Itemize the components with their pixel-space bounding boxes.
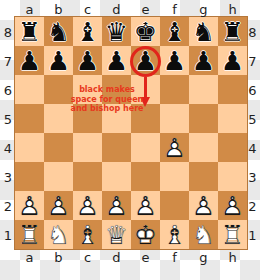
square-h7: ♟ xyxy=(218,46,247,75)
square-g7: ♟ xyxy=(189,46,218,75)
square-h8: ♜ xyxy=(218,17,247,46)
black-king-e8: ♚ xyxy=(131,17,160,46)
file-label-bottom-f: f xyxy=(172,250,177,263)
rank-label-left-4: 4 xyxy=(4,141,12,154)
black-rook-h8: ♜ xyxy=(218,17,247,46)
rank-label-left-7: 7 xyxy=(4,54,12,67)
file-label-bottom-a: a xyxy=(26,250,34,263)
square-c1: ♝ xyxy=(73,220,102,249)
square-d7: ♟ xyxy=(102,46,131,75)
black-pawn-d7: ♟ xyxy=(102,46,131,75)
rank-label-left-5: 5 xyxy=(4,112,12,125)
file-label-bottom-g: g xyxy=(199,250,207,263)
white-rook-a1: ♜ xyxy=(15,220,44,249)
white-pawn-f4: ♟ xyxy=(160,133,189,162)
black-knight-b8: ♞ xyxy=(44,17,73,46)
black-pawn-h7: ♟ xyxy=(218,46,247,75)
file-label-top-g: g xyxy=(199,2,207,15)
square-b7: ♟ xyxy=(44,46,73,75)
file-label-top-e: e xyxy=(142,2,150,15)
square-d2: ♟ xyxy=(102,191,131,220)
white-pawn-h2: ♟ xyxy=(218,191,247,220)
black-knight-g8: ♞ xyxy=(189,17,218,46)
square-c4 xyxy=(73,133,102,162)
square-a2: ♟ xyxy=(15,191,44,220)
black-pawn-c7: ♟ xyxy=(73,46,102,75)
square-f4: ♟ xyxy=(160,133,189,162)
file-label-bottom-d: d xyxy=(112,250,120,263)
square-e4 xyxy=(131,133,160,162)
rank-label-left-1: 1 xyxy=(4,228,12,241)
annotation-arrow-shaft xyxy=(144,77,147,98)
chess-board: ♜♞♝♛♚♝♞♜♟♟♟♟♟♟♟♟♟♟♟♟♟♟♟♟♜♞♝♛♚♝♞♜ xyxy=(15,17,247,249)
file-label-bottom-c: c xyxy=(84,250,91,263)
square-a3 xyxy=(15,162,44,191)
square-b1: ♞ xyxy=(44,220,73,249)
rank-label-left-3: 3 xyxy=(4,170,12,183)
square-b3 xyxy=(44,162,73,191)
white-knight-g1: ♞ xyxy=(189,220,218,249)
square-g4 xyxy=(189,133,218,162)
black-bishop-f8: ♝ xyxy=(160,17,189,46)
square-d3 xyxy=(102,162,131,191)
square-f8: ♝ xyxy=(160,17,189,46)
white-pawn-a2: ♟ xyxy=(15,191,44,220)
square-b8: ♞ xyxy=(44,17,73,46)
file-label-bottom-h: h xyxy=(228,250,236,263)
file-label-top-c: c xyxy=(84,2,91,15)
rank-label-right-6: 6 xyxy=(248,83,256,96)
square-f1: ♝ xyxy=(160,220,189,249)
square-b4 xyxy=(44,133,73,162)
square-h4 xyxy=(218,133,247,162)
annotation-text: black makes space for queen and bishop h… xyxy=(70,85,143,114)
file-label-top-a: a xyxy=(26,2,34,15)
black-bishop-c8: ♝ xyxy=(73,17,102,46)
square-g6 xyxy=(189,75,218,104)
annotation-text-line-1: black makes xyxy=(70,85,143,95)
black-queen-d8: ♛ xyxy=(102,17,131,46)
square-f7: ♟ xyxy=(160,46,189,75)
square-d1: ♛ xyxy=(102,220,131,249)
file-label-top-f: f xyxy=(172,2,177,15)
file-label-top-b: b xyxy=(54,2,62,15)
chess-diagram: ♜♞♝♛♚♝♞♜♟♟♟♟♟♟♟♟♟♟♟♟♟♟♟♟♜♞♝♛♚♝♞♜ aabbccd… xyxy=(0,0,260,280)
rank-label-left-6: 6 xyxy=(4,83,12,96)
file-label-bottom-e: e xyxy=(142,250,150,263)
white-pawn-d2: ♟ xyxy=(102,191,131,220)
black-rook-a8: ♜ xyxy=(15,17,44,46)
square-a1: ♜ xyxy=(15,220,44,249)
rank-label-right-1: 1 xyxy=(248,228,256,241)
square-e1: ♚ xyxy=(131,220,160,249)
square-a4 xyxy=(15,133,44,162)
square-c3 xyxy=(73,162,102,191)
square-a6 xyxy=(15,75,44,104)
file-label-top-d: d xyxy=(112,2,120,15)
square-h6 xyxy=(218,75,247,104)
white-bishop-c1: ♝ xyxy=(73,220,102,249)
square-f5 xyxy=(160,104,189,133)
rank-label-right-4: 4 xyxy=(248,141,256,154)
square-h1: ♜ xyxy=(218,220,247,249)
white-rook-h1: ♜ xyxy=(218,220,247,249)
square-g1: ♞ xyxy=(189,220,218,249)
square-b5 xyxy=(44,104,73,133)
rank-label-right-7: 7 xyxy=(248,54,256,67)
square-b6 xyxy=(44,75,73,104)
square-c8: ♝ xyxy=(73,17,102,46)
square-h5 xyxy=(218,104,247,133)
white-queen-d1: ♛ xyxy=(102,220,131,249)
black-pawn-a7: ♟ xyxy=(15,46,44,75)
square-b2: ♟ xyxy=(44,191,73,220)
white-pawn-b2: ♟ xyxy=(44,191,73,220)
square-c2: ♟ xyxy=(73,191,102,220)
rank-label-right-2: 2 xyxy=(248,199,256,212)
square-e3 xyxy=(131,162,160,191)
white-king-e1: ♚ xyxy=(131,220,160,249)
black-pawn-b7: ♟ xyxy=(44,46,73,75)
file-label-top-h: h xyxy=(228,2,236,15)
rank-label-right-3: 3 xyxy=(248,170,256,183)
square-a5 xyxy=(15,104,44,133)
square-g2: ♟ xyxy=(189,191,218,220)
square-e2: ♟ xyxy=(131,191,160,220)
white-pawn-e2: ♟ xyxy=(131,191,160,220)
square-f3 xyxy=(160,162,189,191)
square-f6 xyxy=(160,75,189,104)
white-pawn-c2: ♟ xyxy=(73,191,102,220)
black-pawn-f7: ♟ xyxy=(160,46,189,75)
square-g3 xyxy=(189,162,218,191)
white-knight-b1: ♞ xyxy=(44,220,73,249)
square-d4 xyxy=(102,133,131,162)
black-pawn-g7: ♟ xyxy=(189,46,218,75)
rank-label-right-8: 8 xyxy=(248,25,256,38)
square-f2 xyxy=(160,191,189,220)
square-a8: ♜ xyxy=(15,17,44,46)
annotation-text-line-2: space for queen xyxy=(70,95,143,105)
square-g5 xyxy=(189,104,218,133)
square-a7: ♟ xyxy=(15,46,44,75)
white-bishop-f1: ♝ xyxy=(160,220,189,249)
square-h3 xyxy=(218,162,247,191)
square-h2: ♟ xyxy=(218,191,247,220)
square-g8: ♞ xyxy=(189,17,218,46)
white-pawn-g2: ♟ xyxy=(189,191,218,220)
annotation-circle-e7 xyxy=(130,46,161,77)
rank-label-left-8: 8 xyxy=(4,25,12,38)
square-e8: ♚ xyxy=(131,17,160,46)
rank-label-right-5: 5 xyxy=(248,112,256,125)
annotation-text-line-3: and bishop here xyxy=(70,104,143,114)
square-c7: ♟ xyxy=(73,46,102,75)
square-d8: ♛ xyxy=(102,17,131,46)
file-label-bottom-b: b xyxy=(54,250,62,263)
rank-label-left-2: 2 xyxy=(4,199,12,212)
